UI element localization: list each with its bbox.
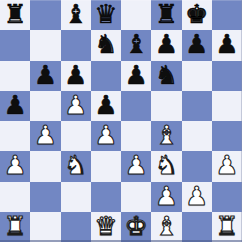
white-pawn[interactable]: ♟ (34, 122, 57, 148)
white-queen[interactable]: ♛ (94, 213, 117, 239)
black-queen[interactable]: ♛ (94, 1, 117, 27)
white-pawn[interactable]: ♟ (155, 183, 178, 209)
square-f8[interactable]: ♜ (151, 0, 181, 30)
white-rook[interactable]: ♜ (215, 213, 238, 239)
square-e6[interactable]: ♟ (121, 61, 151, 91)
black-pawn[interactable]: ♟ (124, 62, 147, 88)
white-pawn[interactable]: ♟ (94, 122, 117, 148)
square-c7[interactable] (61, 30, 91, 60)
square-g7[interactable]: ♟ (182, 30, 212, 60)
square-d3[interactable] (91, 151, 121, 181)
black-knight[interactable]: ♞ (155, 62, 178, 88)
black-pawn[interactable]: ♟ (3, 92, 26, 118)
square-c8[interactable]: ♝ (61, 0, 91, 30)
black-king[interactable]: ♚ (185, 1, 208, 27)
black-pawn[interactable]: ♟ (185, 31, 208, 57)
square-h4[interactable] (212, 121, 242, 151)
square-g3[interactable] (182, 151, 212, 181)
square-d4[interactable]: ♟ (91, 121, 121, 151)
square-h3[interactable]: ♟ (212, 151, 242, 181)
white-pawn[interactable]: ♟ (215, 152, 238, 178)
square-h6[interactable] (212, 61, 242, 91)
white-pawn[interactable]: ♟ (64, 92, 87, 118)
square-a6[interactable] (0, 61, 30, 91)
square-h5[interactable] (212, 91, 242, 121)
square-d5[interactable]: ♟ (91, 91, 121, 121)
white-knight[interactable]: ♞ (155, 152, 178, 178)
black-rook[interactable]: ♜ (155, 1, 178, 27)
chess-board: ♜♝♛♜♚♞♝♟♟♟♟♟♟♞♟♟♟♟♟♝♟♞♟♞♟♟♟♜♛♚♝♜ (0, 0, 242, 242)
square-g5[interactable] (182, 91, 212, 121)
square-f2[interactable]: ♟ (151, 182, 181, 212)
square-b7[interactable] (30, 30, 60, 60)
square-a7[interactable] (0, 30, 30, 60)
black-pawn[interactable]: ♟ (94, 92, 117, 118)
square-g6[interactable] (182, 61, 212, 91)
square-d2[interactable] (91, 182, 121, 212)
square-a5[interactable]: ♟ (0, 91, 30, 121)
white-pawn[interactable]: ♟ (3, 152, 26, 178)
square-f7[interactable]: ♟ (151, 30, 181, 60)
black-bishop[interactable]: ♝ (124, 31, 147, 57)
square-f4[interactable]: ♝ (151, 121, 181, 151)
square-e8[interactable] (121, 0, 151, 30)
square-b5[interactable] (30, 91, 60, 121)
square-h7[interactable]: ♟ (212, 30, 242, 60)
white-pawn[interactable]: ♟ (124, 152, 147, 178)
square-b4[interactable]: ♟ (30, 121, 60, 151)
square-c3[interactable]: ♞ (61, 151, 91, 181)
square-c4[interactable] (61, 121, 91, 151)
white-pawn[interactable]: ♟ (185, 183, 208, 209)
square-d1[interactable]: ♛ (91, 212, 121, 242)
square-b6[interactable]: ♟ (30, 61, 60, 91)
square-g2[interactable]: ♟ (182, 182, 212, 212)
square-a1[interactable]: ♜ (0, 212, 30, 242)
square-b8[interactable] (30, 0, 60, 30)
black-pawn[interactable]: ♟ (155, 31, 178, 57)
square-e5[interactable] (121, 91, 151, 121)
black-bishop[interactable]: ♝ (64, 1, 87, 27)
black-rook[interactable]: ♜ (3, 1, 26, 27)
square-f5[interactable] (151, 91, 181, 121)
square-d6[interactable] (91, 61, 121, 91)
square-f6[interactable]: ♞ (151, 61, 181, 91)
square-a4[interactable] (0, 121, 30, 151)
white-knight[interactable]: ♞ (64, 152, 87, 178)
square-g8[interactable]: ♚ (182, 0, 212, 30)
square-a2[interactable] (0, 182, 30, 212)
square-e2[interactable] (121, 182, 151, 212)
square-d8[interactable]: ♛ (91, 0, 121, 30)
chess-board-window: ♜♝♛♜♚♞♝♟♟♟♟♟♟♞♟♟♟♟♟♝♟♞♟♞♟♟♟♜♛♚♝♜ (0, 0, 242, 242)
black-pawn[interactable]: ♟ (34, 62, 57, 88)
white-bishop[interactable]: ♝ (155, 122, 178, 148)
square-c1[interactable] (61, 212, 91, 242)
square-e1[interactable]: ♚ (121, 212, 151, 242)
square-e3[interactable]: ♟ (121, 151, 151, 181)
square-b1[interactable] (30, 212, 60, 242)
white-bishop[interactable]: ♝ (155, 213, 178, 239)
square-g4[interactable] (182, 121, 212, 151)
square-b3[interactable] (30, 151, 60, 181)
square-f1[interactable]: ♝ (151, 212, 181, 242)
square-g1[interactable] (182, 212, 212, 242)
white-king[interactable]: ♚ (124, 213, 147, 239)
square-c5[interactable]: ♟ (61, 91, 91, 121)
square-d7[interactable]: ♞ (91, 30, 121, 60)
square-c6[interactable]: ♟ (61, 61, 91, 91)
white-rook[interactable]: ♜ (3, 213, 26, 239)
square-h8[interactable] (212, 0, 242, 30)
square-c2[interactable] (61, 182, 91, 212)
black-pawn[interactable]: ♟ (64, 62, 87, 88)
square-h1[interactable]: ♜ (212, 212, 242, 242)
square-e4[interactable] (121, 121, 151, 151)
square-f3[interactable]: ♞ (151, 151, 181, 181)
square-b2[interactable] (30, 182, 60, 212)
square-h2[interactable] (212, 182, 242, 212)
square-a8[interactable]: ♜ (0, 0, 30, 30)
square-a3[interactable]: ♟ (0, 151, 30, 181)
square-e7[interactable]: ♝ (121, 30, 151, 60)
black-pawn[interactable]: ♟ (215, 31, 238, 57)
black-knight[interactable]: ♞ (94, 31, 117, 57)
